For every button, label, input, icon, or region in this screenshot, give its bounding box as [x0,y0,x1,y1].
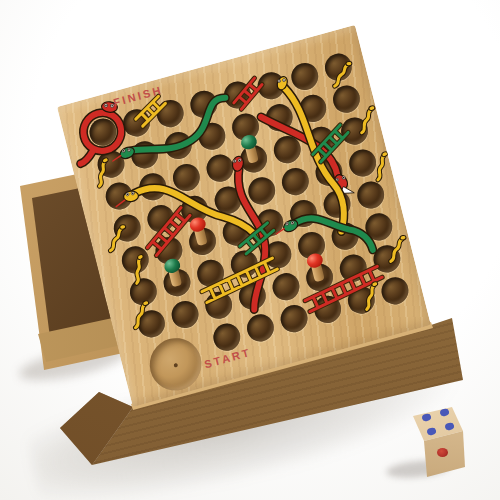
hole-r2c8[interactable] [330,82,363,115]
hole-r5c5[interactable] [253,206,286,239]
hole-r1c3[interactable] [153,97,186,130]
hole-r1c5[interactable] [221,78,254,111]
hole-r2c6[interactable] [262,101,295,134]
hole-r6c4[interactable] [227,247,260,280]
hole-r2c7[interactable] [296,91,329,124]
die[interactable] [395,400,480,485]
hole-r5c1[interactable] [118,243,151,276]
hole-r1c8[interactable] [322,50,355,83]
hole-r1c6[interactable] [254,69,287,102]
hole-r6c5[interactable] [261,238,294,271]
hole-r3c6[interactable] [270,133,303,166]
hole-r3c1[interactable] [102,179,135,212]
hole-r5c8[interactable] [354,178,387,211]
hole-r7c2[interactable] [168,298,201,331]
hole-r1c1[interactable] [86,115,119,148]
hole-r7c4[interactable] [235,279,268,312]
hole-r7c7[interactable] [336,251,369,284]
hole-r8c4[interactable] [244,311,277,344]
hole-r2c1[interactable] [94,147,127,180]
hole-r1c2[interactable] [120,106,153,139]
hole-r6c7[interactable] [328,219,361,252]
hole-r7c5[interactable] [269,270,302,303]
hole-r3c7[interactable] [304,123,337,156]
hole-r2c4[interactable] [195,119,228,152]
hole-r4c4[interactable] [211,183,244,216]
hole-r8c5[interactable] [277,302,310,335]
holes-layer [57,25,355,107]
hole-r5c7[interactable] [320,187,353,220]
hole-r7c8[interactable] [370,242,403,275]
start-circle[interactable] [144,332,207,396]
hole-r4c8[interactable] [346,146,379,179]
hole-r6c1[interactable] [126,275,159,308]
hole-r4c5[interactable] [245,174,278,207]
hole-r5c4[interactable] [219,215,252,248]
hole-r3c4[interactable] [203,151,236,184]
hole-r1c7[interactable] [288,59,321,92]
hole-r6c8[interactable] [362,210,395,243]
hole-r4c1[interactable] [110,211,143,244]
hole-r8c8[interactable] [378,274,411,307]
hole-r7c3[interactable] [202,288,235,321]
hole-r6c3[interactable] [194,256,227,289]
die-front-pip-1 [437,448,448,457]
finish-label: FINISH [112,83,164,108]
hole-r3c3[interactable] [169,160,202,193]
hole-r2c3[interactable] [161,129,194,162]
hole-r3c8[interactable] [338,114,371,147]
photo-stage: FINISH START [0,0,500,500]
hole-r7c1[interactable] [135,307,168,340]
hole-r4c7[interactable] [312,155,345,188]
hole-r8c7[interactable] [344,283,377,316]
hole-r4c2[interactable] [144,202,177,235]
hole-r5c6[interactable] [287,197,320,230]
hole-r3c2[interactable] [136,170,169,203]
hole-r1c4[interactable] [187,87,220,120]
hole-r4c6[interactable] [278,165,311,198]
hole-r8c6[interactable] [311,292,344,325]
hole-r2c2[interactable] [128,138,161,171]
